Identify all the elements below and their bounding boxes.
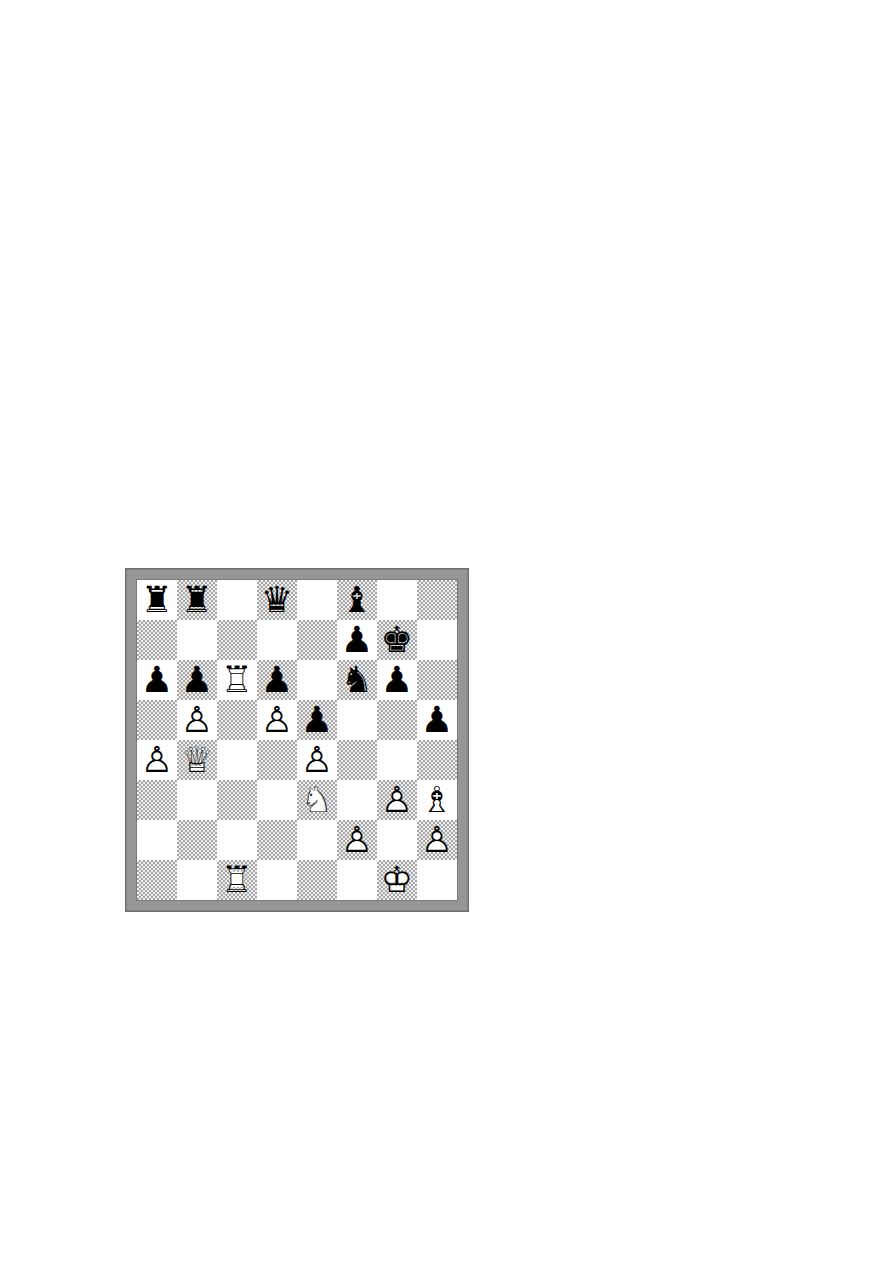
white-pawn: ♟♙ bbox=[257, 700, 297, 740]
square-a1[interactable] bbox=[137, 860, 177, 900]
square-e1[interactable] bbox=[297, 860, 337, 900]
white-rook: ♜♖ bbox=[217, 660, 257, 700]
square-h1[interactable] bbox=[417, 860, 457, 900]
black-pawn: ♟ bbox=[137, 660, 177, 700]
square-e5[interactable]: ♟ bbox=[297, 700, 337, 740]
white-pawn: ♟♙ bbox=[377, 780, 417, 820]
square-c5[interactable] bbox=[217, 700, 257, 740]
square-h3[interactable]: ♝♗ bbox=[417, 780, 457, 820]
square-f7[interactable]: ♟ bbox=[337, 620, 377, 660]
square-g6[interactable]: ♟ bbox=[377, 660, 417, 700]
square-h6[interactable] bbox=[417, 660, 457, 700]
black-pawn: ♟ bbox=[177, 660, 217, 700]
square-a8[interactable]: ♜ bbox=[137, 580, 177, 620]
square-b3[interactable] bbox=[177, 780, 217, 820]
square-f2[interactable]: ♟♙ bbox=[337, 820, 377, 860]
black-pawn: ♟ bbox=[257, 660, 297, 700]
square-g3[interactable]: ♟♙ bbox=[377, 780, 417, 820]
square-a7[interactable] bbox=[137, 620, 177, 660]
square-h4[interactable] bbox=[417, 740, 457, 780]
black-pawn: ♟ bbox=[297, 700, 337, 740]
square-g7[interactable]: ♚ bbox=[377, 620, 417, 660]
square-f4[interactable] bbox=[337, 740, 377, 780]
white-pawn: ♟♙ bbox=[417, 820, 457, 860]
black-pawn: ♟ bbox=[337, 620, 377, 660]
square-b2[interactable] bbox=[177, 820, 217, 860]
square-c3[interactable] bbox=[217, 780, 257, 820]
square-b1[interactable] bbox=[177, 860, 217, 900]
square-g1[interactable]: ♚♔ bbox=[377, 860, 417, 900]
square-b6[interactable]: ♟ bbox=[177, 660, 217, 700]
square-c2[interactable] bbox=[217, 820, 257, 860]
square-c4[interactable] bbox=[217, 740, 257, 780]
square-e8[interactable] bbox=[297, 580, 337, 620]
square-g4[interactable] bbox=[377, 740, 417, 780]
square-f8[interactable]: ♝ bbox=[337, 580, 377, 620]
black-queen: ♛ bbox=[257, 580, 297, 620]
square-h5[interactable]: ♟ bbox=[417, 700, 457, 740]
black-pawn: ♟ bbox=[377, 660, 417, 700]
square-b7[interactable] bbox=[177, 620, 217, 660]
square-e7[interactable] bbox=[297, 620, 337, 660]
square-d1[interactable] bbox=[257, 860, 297, 900]
square-e2[interactable] bbox=[297, 820, 337, 860]
white-pawn: ♟♙ bbox=[297, 740, 337, 780]
square-d7[interactable] bbox=[257, 620, 297, 660]
black-knight: ♞ bbox=[337, 660, 377, 700]
square-h8[interactable] bbox=[417, 580, 457, 620]
black-pawn: ♟ bbox=[417, 700, 457, 740]
chess-board: ♜♜♛♝♟♚♟♟♜♖♟♞♟♟♙♟♙♟♟♟♙♛♕♟♙♞♘♟♙♝♗♟♙♟♙♜♖♚♔ bbox=[136, 579, 458, 901]
square-c1[interactable]: ♜♖ bbox=[217, 860, 257, 900]
square-b4[interactable]: ♛♕ bbox=[177, 740, 217, 780]
square-a3[interactable] bbox=[137, 780, 177, 820]
square-e3[interactable]: ♞♘ bbox=[297, 780, 337, 820]
square-d2[interactable] bbox=[257, 820, 297, 860]
square-b5[interactable]: ♟♙ bbox=[177, 700, 217, 740]
square-g5[interactable] bbox=[377, 700, 417, 740]
square-f6[interactable]: ♞ bbox=[337, 660, 377, 700]
square-e4[interactable]: ♟♙ bbox=[297, 740, 337, 780]
square-h2[interactable]: ♟♙ bbox=[417, 820, 457, 860]
square-g2[interactable] bbox=[377, 820, 417, 860]
white-knight: ♞♘ bbox=[297, 780, 337, 820]
square-a4[interactable]: ♟♙ bbox=[137, 740, 177, 780]
white-pawn: ♟♙ bbox=[337, 820, 377, 860]
black-rook: ♜ bbox=[177, 580, 217, 620]
square-d5[interactable]: ♟♙ bbox=[257, 700, 297, 740]
square-d4[interactable] bbox=[257, 740, 297, 780]
square-f3[interactable] bbox=[337, 780, 377, 820]
square-c6[interactable]: ♜♖ bbox=[217, 660, 257, 700]
square-b8[interactable]: ♜ bbox=[177, 580, 217, 620]
black-bishop: ♝ bbox=[337, 580, 377, 620]
white-pawn: ♟♙ bbox=[177, 700, 217, 740]
white-bishop: ♝♗ bbox=[417, 780, 457, 820]
square-d6[interactable]: ♟ bbox=[257, 660, 297, 700]
black-king: ♚ bbox=[377, 620, 417, 660]
white-king: ♚♔ bbox=[377, 860, 417, 900]
board-frame: ♜♜♛♝♟♚♟♟♜♖♟♞♟♟♙♟♙♟♟♟♙♛♕♟♙♞♘♟♙♝♗♟♙♟♙♜♖♚♔ bbox=[125, 568, 469, 912]
square-a6[interactable]: ♟ bbox=[137, 660, 177, 700]
square-d3[interactable] bbox=[257, 780, 297, 820]
white-queen: ♛♕ bbox=[177, 740, 217, 780]
square-c7[interactable] bbox=[217, 620, 257, 660]
black-rook: ♜ bbox=[137, 580, 177, 620]
square-c8[interactable] bbox=[217, 580, 257, 620]
white-rook: ♜♖ bbox=[217, 860, 257, 900]
square-g8[interactable] bbox=[377, 580, 417, 620]
square-a5[interactable] bbox=[137, 700, 177, 740]
square-f5[interactable] bbox=[337, 700, 377, 740]
square-a2[interactable] bbox=[137, 820, 177, 860]
square-h7[interactable] bbox=[417, 620, 457, 660]
square-d8[interactable]: ♛ bbox=[257, 580, 297, 620]
white-pawn: ♟♙ bbox=[137, 740, 177, 780]
square-f1[interactable] bbox=[337, 860, 377, 900]
square-e6[interactable] bbox=[297, 660, 337, 700]
